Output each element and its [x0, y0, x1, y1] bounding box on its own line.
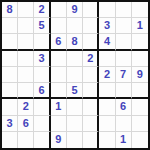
- sudoku-cell-r3c5[interactable]: 8: [67, 34, 83, 50]
- sudoku-cell-r8c7[interactable]: [99, 116, 115, 132]
- sudoku-cell-r8c5[interactable]: [67, 116, 83, 132]
- given-digit: 5: [71, 85, 77, 96]
- sudoku-cell-r3c7[interactable]: 4: [99, 34, 115, 50]
- given-digit: 2: [23, 101, 29, 112]
- sudoku-cell-r2c2[interactable]: [18, 18, 34, 34]
- given-digit: 4: [104, 36, 110, 47]
- sudoku-cell-r5c4[interactable]: [51, 67, 67, 83]
- sudoku-cell-r8c4[interactable]: [51, 116, 67, 132]
- sudoku-cell-r4c9[interactable]: [132, 51, 148, 67]
- sudoku-cell-r9c2[interactable]: [18, 132, 34, 148]
- given-digit: 3: [104, 20, 110, 31]
- sudoku-cell-r4c6[interactable]: 2: [83, 51, 99, 67]
- sudoku-cell-r9c5[interactable]: [67, 132, 83, 148]
- given-digit: 5: [38, 20, 44, 31]
- sudoku-cell-r6c4[interactable]: [51, 83, 67, 99]
- sudoku-cell-r1c7[interactable]: [99, 2, 115, 18]
- sudoku-cell-r5c9[interactable]: 9: [132, 67, 148, 83]
- sudoku-cell-r9c7[interactable]: [99, 132, 115, 148]
- sudoku-cell-r9c4[interactable]: 9: [51, 132, 67, 148]
- sudoku-cell-r8c9[interactable]: [132, 116, 148, 132]
- sudoku-cell-r7c2[interactable]: 2: [18, 99, 34, 115]
- given-digit: 1: [137, 20, 143, 31]
- sudoku-cell-r7c7[interactable]: [99, 99, 115, 115]
- given-digit: 1: [120, 134, 126, 145]
- sudoku-cell-r4c5[interactable]: [67, 51, 83, 67]
- sudoku-cell-r2c7[interactable]: 3: [99, 18, 115, 34]
- given-digit: 9: [137, 69, 143, 80]
- sudoku-cell-r9c1[interactable]: [2, 132, 18, 148]
- sudoku-cell-r4c8[interactable]: [116, 51, 132, 67]
- given-digit: 9: [55, 134, 61, 145]
- sudoku-cell-r7c1[interactable]: [2, 99, 18, 115]
- sudoku-cell-r2c8[interactable]: [116, 18, 132, 34]
- sudoku-cell-r5c5[interactable]: [67, 67, 83, 83]
- sudoku-cell-r8c8[interactable]: [116, 116, 132, 132]
- given-digit: 9: [71, 4, 77, 15]
- sudoku-cell-r6c1[interactable]: [2, 83, 18, 99]
- given-digit: 2: [87, 53, 93, 64]
- sudoku-cell-r2c3[interactable]: 5: [34, 18, 50, 34]
- sudoku-cell-r6c7[interactable]: [99, 83, 115, 99]
- given-digit: 7: [120, 69, 126, 80]
- sudoku-cell-r1c1[interactable]: 8: [2, 2, 18, 18]
- sudoku-cell-r1c8[interactable]: [116, 2, 132, 18]
- sudoku-cell-r1c3[interactable]: 2: [34, 2, 50, 18]
- sudoku-cell-r3c3[interactable]: [34, 34, 50, 50]
- given-digit: 2: [38, 4, 44, 15]
- sudoku-cell-r9c3[interactable]: [34, 132, 50, 148]
- sudoku-cell-r3c8[interactable]: [116, 34, 132, 50]
- sudoku-cell-r1c4[interactable]: [51, 2, 67, 18]
- sudoku-cell-r4c4[interactable]: [51, 51, 67, 67]
- sudoku-cell-r6c6[interactable]: [83, 83, 99, 99]
- given-digit: 8: [7, 4, 13, 15]
- sudoku-cell-r7c8[interactable]: 6: [116, 99, 132, 115]
- given-digit: 3: [38, 53, 44, 64]
- sudoku-cell-r3c9[interactable]: [132, 34, 148, 50]
- sudoku-cell-r7c3[interactable]: [34, 99, 50, 115]
- sudoku-cell-r4c1[interactable]: [2, 51, 18, 67]
- given-digit: 3: [7, 118, 13, 129]
- sudoku-cell-r7c9[interactable]: [132, 99, 148, 115]
- sudoku-cell-r3c2[interactable]: [18, 34, 34, 50]
- given-digit: 6: [120, 101, 126, 112]
- sudoku-cell-r2c1[interactable]: [2, 18, 18, 34]
- sudoku-cell-r5c3[interactable]: [34, 67, 50, 83]
- sudoku-cell-r8c2[interactable]: 6: [18, 116, 34, 132]
- given-digit: 6: [55, 36, 61, 47]
- sudoku-cell-r8c6[interactable]: [83, 116, 99, 132]
- sudoku-cell-r5c2[interactable]: [18, 67, 34, 83]
- sudoku-cell-r9c6[interactable]: [83, 132, 99, 148]
- sudoku-cell-r7c4[interactable]: 1: [51, 99, 67, 115]
- sudoku-cell-r9c9[interactable]: [132, 132, 148, 148]
- sudoku-cell-r8c3[interactable]: [34, 116, 50, 132]
- sudoku-cell-r5c6[interactable]: [83, 67, 99, 83]
- sudoku-cell-r9c8[interactable]: 1: [116, 132, 132, 148]
- sudoku-cell-r2c6[interactable]: [83, 18, 99, 34]
- sudoku-cell-r6c3[interactable]: 6: [34, 83, 50, 99]
- sudoku-cell-r2c4[interactable]: [51, 18, 67, 34]
- sudoku-cell-r1c5[interactable]: 9: [67, 2, 83, 18]
- sudoku-cell-r7c6[interactable]: [83, 99, 99, 115]
- sudoku-cell-r4c7[interactable]: [99, 51, 115, 67]
- sudoku-cell-r4c2[interactable]: [18, 51, 34, 67]
- sudoku-cell-r2c5[interactable]: [67, 18, 83, 34]
- sudoku-cell-r2c9[interactable]: 1: [132, 18, 148, 34]
- sudoku-cell-r5c7[interactable]: 2: [99, 67, 115, 83]
- sudoku-cell-r1c2[interactable]: [18, 2, 34, 18]
- given-digit: 6: [23, 118, 29, 129]
- sudoku-cell-r8c1[interactable]: 3: [2, 116, 18, 132]
- sudoku-cell-r6c2[interactable]: [18, 83, 34, 99]
- sudoku-cell-r4c3[interactable]: 3: [34, 51, 50, 67]
- sudoku-cell-r3c1[interactable]: [2, 34, 18, 50]
- sudoku-cell-r5c8[interactable]: 7: [116, 67, 132, 83]
- sudoku-cell-r6c9[interactable]: [132, 83, 148, 99]
- sudoku-cell-r5c1[interactable]: [2, 67, 18, 83]
- sudoku-cell-r1c6[interactable]: [83, 2, 99, 18]
- sudoku-cell-r3c6[interactable]: [83, 34, 99, 50]
- given-digit: 6: [38, 85, 44, 96]
- sudoku-cell-r1c9[interactable]: [132, 2, 148, 18]
- given-digit: 2: [104, 69, 110, 80]
- sudoku-cell-r7c5[interactable]: [67, 99, 83, 115]
- sudoku-cell-r6c5[interactable]: 5: [67, 83, 83, 99]
- given-digit: 1: [55, 101, 61, 112]
- given-digit: 8: [71, 36, 77, 47]
- sudoku-cell-r6c8[interactable]: [116, 83, 132, 99]
- sudoku-cell-r3c4[interactable]: 6: [51, 34, 67, 50]
- sudoku-board: 82953168432279652163691: [0, 0, 150, 150]
